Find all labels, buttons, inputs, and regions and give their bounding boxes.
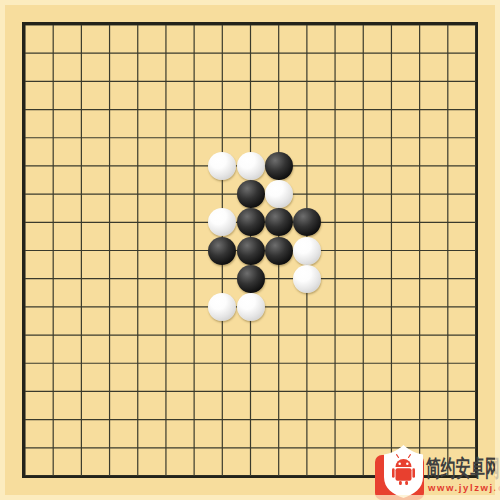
screenshot-root: 简约安卓网 www.jylzwj.com: [0, 0, 500, 500]
android-robot-icon: [381, 444, 426, 499]
board-grid-lines: [25, 25, 476, 476]
watermark-site-url: www.jylzwj.com: [428, 483, 500, 493]
watermark: 简约安卓网 www.jylzwj.com: [374, 444, 500, 500]
watermark-site-name: 简约安卓网: [426, 457, 500, 480]
